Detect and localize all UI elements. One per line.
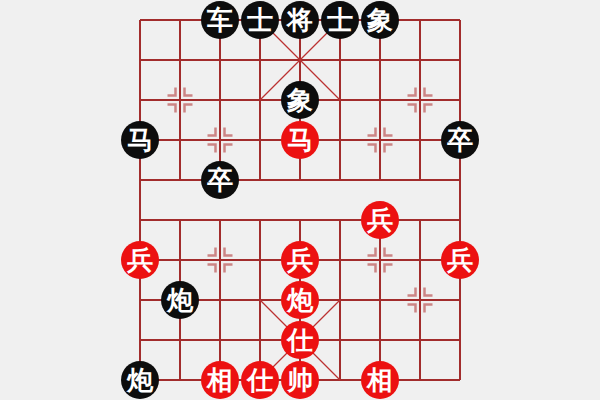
piece-red-horse[interactable]: 马: [281, 121, 319, 159]
piece-black-soldier[interactable]: 卒: [441, 121, 479, 159]
piece-black-advisor[interactable]: 士: [321, 1, 359, 39]
piece-black-cannon[interactable]: 炮: [121, 361, 159, 399]
piece-red-soldier[interactable]: 兵: [281, 241, 319, 279]
xiangqi-app: 车士将士象象马卒卒炮炮马兵兵兵兵炮仕仕帅相相: [0, 0, 600, 400]
piece-red-cannon[interactable]: 炮: [281, 281, 319, 319]
piece-black-advisor[interactable]: 士: [241, 1, 279, 39]
piece-black-chariot[interactable]: 车: [201, 1, 239, 39]
piece-red-elephant[interactable]: 相: [201, 361, 239, 399]
piece-black-elephant[interactable]: 象: [361, 1, 399, 39]
piece-black-cannon[interactable]: 炮: [161, 281, 199, 319]
piece-black-soldier[interactable]: 卒: [201, 161, 239, 199]
piece-black-general[interactable]: 将: [281, 1, 319, 39]
piece-black-horse[interactable]: 马: [121, 121, 159, 159]
piece-black-elephant[interactable]: 象: [281, 81, 319, 119]
piece-red-soldier[interactable]: 兵: [121, 241, 159, 279]
piece-red-soldier[interactable]: 兵: [361, 201, 399, 239]
piece-red-elephant[interactable]: 相: [361, 361, 399, 399]
pieces-grid: 车士将士象象马卒卒炮炮马兵兵兵兵炮仕仕帅相相: [120, 0, 480, 400]
piece-red-advisor[interactable]: 仕: [281, 321, 319, 359]
piece-red-general[interactable]: 帅: [281, 361, 319, 399]
piece-red-advisor[interactable]: 仕: [241, 361, 279, 399]
piece-red-soldier[interactable]: 兵: [441, 241, 479, 279]
